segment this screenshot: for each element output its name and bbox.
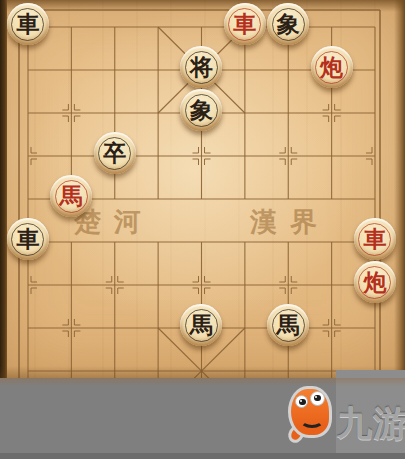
piece-black-horse[interactable]: 馬: [267, 304, 309, 346]
board-frame-right: [394, 0, 405, 378]
piece-glyph: 車: [16, 12, 39, 35]
piece-glyph: 馬: [190, 313, 213, 336]
piece-glyph: 将: [190, 55, 213, 78]
piece-black-elephant[interactable]: 象: [267, 3, 309, 45]
piece-glyph: 馬: [277, 313, 300, 336]
piece-red-horse[interactable]: 馬: [50, 175, 92, 217]
piece-glyph: 象: [190, 98, 213, 121]
piece-black-elephant[interactable]: 象: [180, 89, 222, 131]
xiangqi-app-screenshot: 楚河 漢界 車車象将炮象卒馬車車炮馬馬 九游: [0, 0, 405, 459]
xiangqi-board[interactable]: 楚河 漢界 車車象将炮象卒馬車車炮馬馬: [0, 0, 405, 378]
piece-red-cannon[interactable]: 炮: [311, 46, 353, 88]
piece-glyph: 車: [233, 12, 256, 35]
piece-glyph: 炮: [320, 55, 343, 78]
jiuyou-brand-text: 九游: [337, 400, 405, 447]
piece-glyph: 炮: [363, 270, 386, 293]
board-frame-left: [0, 0, 7, 378]
piece-glyph: 象: [277, 12, 300, 35]
piece-black-general[interactable]: 将: [180, 46, 222, 88]
jiuyou-mascot-icon: [288, 386, 336, 443]
pieces-layer: 車車象将炮象卒馬車車炮馬馬: [6, 6, 396, 379]
piece-black-chariot[interactable]: 車: [7, 3, 49, 45]
footer-top-shadow: [0, 378, 405, 386]
piece-red-cannon[interactable]: 炮: [354, 261, 396, 303]
footer-banner: 九游: [0, 378, 405, 459]
piece-glyph: 車: [16, 227, 39, 250]
footer-bottom-strip: [0, 453, 405, 459]
piece-glyph: 馬: [60, 184, 83, 207]
piece-black-soldier[interactable]: 卒: [94, 132, 136, 174]
piece-glyph: 車: [363, 227, 386, 250]
piece-black-chariot[interactable]: 車: [7, 218, 49, 260]
piece-black-horse[interactable]: 馬: [180, 304, 222, 346]
piece-red-chariot[interactable]: 車: [354, 218, 396, 260]
piece-glyph: 卒: [103, 141, 126, 164]
piece-red-chariot[interactable]: 車: [224, 3, 266, 45]
